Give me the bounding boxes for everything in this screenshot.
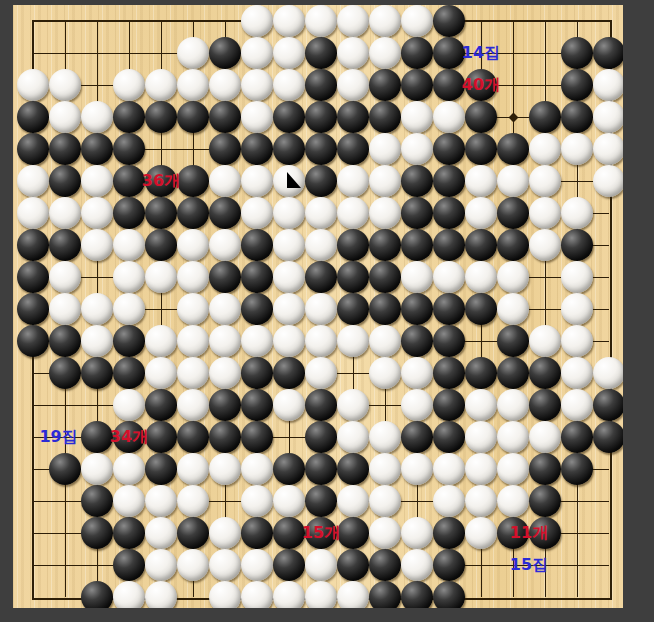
black-stone[interactable] (273, 549, 305, 581)
count-label: 40개 (462, 76, 500, 94)
white-stone[interactable] (497, 293, 529, 325)
white-stone[interactable] (337, 5, 369, 37)
black-stone[interactable] (305, 389, 337, 421)
white-stone[interactable] (369, 517, 401, 549)
white-stone[interactable] (145, 485, 177, 517)
black-stone[interactable] (273, 453, 305, 485)
white-stone[interactable] (305, 325, 337, 357)
black-stone[interactable] (497, 197, 529, 229)
white-stone[interactable] (497, 261, 529, 293)
white-stone[interactable] (241, 485, 273, 517)
black-stone[interactable] (369, 261, 401, 293)
white-stone[interactable] (433, 485, 465, 517)
board-frame-top (0, 0, 654, 5)
black-stone[interactable] (593, 389, 625, 421)
black-stone[interactable] (49, 229, 81, 261)
white-stone[interactable] (273, 5, 305, 37)
black-stone[interactable] (305, 261, 337, 293)
white-stone[interactable] (465, 261, 497, 293)
white-stone[interactable] (49, 69, 81, 101)
black-stone[interactable] (305, 101, 337, 133)
white-stone[interactable] (401, 5, 433, 37)
white-stone[interactable] (593, 101, 625, 133)
white-stone[interactable] (177, 37, 209, 69)
black-stone[interactable] (305, 453, 337, 485)
white-stone[interactable] (273, 197, 305, 229)
white-stone[interactable] (177, 453, 209, 485)
white-stone[interactable] (49, 101, 81, 133)
black-stone[interactable] (241, 389, 273, 421)
board-frame-right (623, 0, 654, 622)
black-stone[interactable] (401, 325, 433, 357)
black-stone[interactable] (241, 357, 273, 389)
black-stone[interactable] (401, 229, 433, 261)
black-stone[interactable] (433, 165, 465, 197)
white-stone[interactable] (529, 325, 561, 357)
count-label: 19집 (39, 428, 77, 446)
black-stone[interactable] (433, 197, 465, 229)
black-stone[interactable] (401, 197, 433, 229)
black-stone[interactable] (561, 453, 593, 485)
white-stone[interactable] (113, 389, 145, 421)
white-stone[interactable] (593, 357, 625, 389)
white-stone[interactable] (497, 421, 529, 453)
black-stone[interactable] (113, 133, 145, 165)
black-stone[interactable] (49, 357, 81, 389)
black-stone[interactable] (113, 325, 145, 357)
black-stone[interactable] (561, 421, 593, 453)
white-stone[interactable] (337, 165, 369, 197)
black-stone[interactable] (433, 37, 465, 69)
black-stone[interactable] (241, 261, 273, 293)
black-stone[interactable] (497, 229, 529, 261)
black-stone[interactable] (465, 101, 497, 133)
white-stone[interactable] (17, 197, 49, 229)
white-stone[interactable] (369, 133, 401, 165)
black-stone[interactable] (209, 37, 241, 69)
black-stone[interactable] (561, 37, 593, 69)
black-stone[interactable] (209, 197, 241, 229)
black-stone[interactable] (241, 133, 273, 165)
black-stone[interactable] (145, 229, 177, 261)
black-stone[interactable] (273, 517, 305, 549)
black-stone[interactable] (209, 261, 241, 293)
black-stone[interactable] (433, 325, 465, 357)
black-stone[interactable] (305, 485, 337, 517)
white-stone[interactable] (529, 229, 561, 261)
white-stone[interactable] (369, 165, 401, 197)
black-stone[interactable] (81, 357, 113, 389)
black-stone[interactable] (17, 101, 49, 133)
white-stone[interactable] (337, 325, 369, 357)
white-stone[interactable] (241, 69, 273, 101)
white-stone[interactable] (49, 261, 81, 293)
black-stone[interactable] (337, 293, 369, 325)
white-stone[interactable] (177, 357, 209, 389)
white-stone[interactable] (81, 101, 113, 133)
white-stone[interactable] (465, 517, 497, 549)
black-stone[interactable] (113, 165, 145, 197)
black-stone[interactable] (241, 229, 273, 261)
black-stone[interactable] (369, 229, 401, 261)
black-stone[interactable] (145, 197, 177, 229)
black-stone[interactable] (465, 357, 497, 389)
white-stone[interactable] (497, 389, 529, 421)
black-stone[interactable] (433, 5, 465, 37)
black-stone[interactable] (81, 421, 113, 453)
black-stone[interactable] (433, 421, 465, 453)
white-stone[interactable] (145, 357, 177, 389)
white-stone[interactable] (145, 517, 177, 549)
white-stone[interactable] (177, 229, 209, 261)
white-stone[interactable] (433, 453, 465, 485)
white-stone[interactable] (145, 549, 177, 581)
black-stone[interactable] (177, 197, 209, 229)
black-stone[interactable] (17, 229, 49, 261)
white-stone[interactable] (561, 133, 593, 165)
white-stone[interactable] (305, 197, 337, 229)
black-stone[interactable] (81, 133, 113, 165)
white-stone[interactable] (305, 229, 337, 261)
black-stone[interactable] (369, 293, 401, 325)
white-stone[interactable] (241, 5, 273, 37)
black-stone[interactable] (241, 517, 273, 549)
white-stone[interactable] (369, 37, 401, 69)
black-stone[interactable] (17, 293, 49, 325)
count-label: 15집 (510, 556, 548, 574)
white-stone[interactable] (177, 69, 209, 101)
board-frame-left (0, 0, 13, 622)
black-stone[interactable] (305, 165, 337, 197)
black-stone[interactable] (49, 453, 81, 485)
black-stone[interactable] (241, 421, 273, 453)
white-stone[interactable] (401, 517, 433, 549)
white-stone[interactable] (81, 325, 113, 357)
white-stone[interactable] (17, 69, 49, 101)
black-stone[interactable] (209, 101, 241, 133)
black-stone[interactable] (529, 453, 561, 485)
white-stone[interactable] (337, 37, 369, 69)
white-stone[interactable] (401, 549, 433, 581)
white-stone[interactable] (337, 197, 369, 229)
white-stone[interactable] (497, 453, 529, 485)
count-label: 11개 (510, 524, 548, 542)
black-stone[interactable] (241, 293, 273, 325)
black-stone[interactable] (401, 69, 433, 101)
black-stone[interactable] (337, 133, 369, 165)
white-stone[interactable] (209, 453, 241, 485)
white-stone[interactable] (241, 325, 273, 357)
white-stone[interactable] (209, 229, 241, 261)
white-stone[interactable] (81, 229, 113, 261)
white-stone[interactable] (593, 69, 625, 101)
black-stone[interactable] (81, 485, 113, 517)
white-stone[interactable] (81, 293, 113, 325)
white-stone[interactable] (497, 485, 529, 517)
white-stone[interactable] (273, 261, 305, 293)
white-stone[interactable] (145, 69, 177, 101)
white-stone[interactable] (241, 37, 273, 69)
white-stone[interactable] (497, 165, 529, 197)
black-stone[interactable] (145, 389, 177, 421)
black-stone[interactable] (273, 357, 305, 389)
black-stone[interactable] (401, 165, 433, 197)
white-stone[interactable] (113, 293, 145, 325)
white-stone[interactable] (529, 421, 561, 453)
white-stone[interactable] (209, 549, 241, 581)
black-stone[interactable] (145, 101, 177, 133)
white-stone[interactable] (561, 357, 593, 389)
white-stone[interactable] (401, 261, 433, 293)
white-stone[interactable] (465, 421, 497, 453)
white-stone[interactable] (177, 389, 209, 421)
black-stone[interactable] (433, 357, 465, 389)
black-stone[interactable] (529, 357, 561, 389)
white-stone[interactable] (369, 453, 401, 485)
white-stone[interactable] (529, 133, 561, 165)
white-stone[interactable] (401, 389, 433, 421)
white-stone[interactable] (177, 261, 209, 293)
white-stone[interactable] (49, 197, 81, 229)
white-stone[interactable] (561, 261, 593, 293)
black-stone[interactable] (465, 133, 497, 165)
white-stone[interactable] (241, 453, 273, 485)
white-stone[interactable] (593, 165, 625, 197)
white-stone[interactable] (305, 5, 337, 37)
black-stone[interactable] (177, 421, 209, 453)
white-stone[interactable] (529, 165, 561, 197)
black-stone[interactable] (145, 421, 177, 453)
black-stone[interactable] (305, 37, 337, 69)
white-stone[interactable] (241, 197, 273, 229)
white-stone[interactable] (337, 69, 369, 101)
black-stone[interactable] (593, 421, 625, 453)
white-stone[interactable] (81, 197, 113, 229)
white-stone[interactable] (145, 261, 177, 293)
white-stone[interactable] (209, 69, 241, 101)
white-stone[interactable] (81, 453, 113, 485)
black-stone[interactable] (81, 517, 113, 549)
black-stone[interactable] (369, 69, 401, 101)
black-stone[interactable] (113, 517, 145, 549)
white-stone[interactable] (465, 453, 497, 485)
black-stone[interactable] (177, 517, 209, 549)
white-stone[interactable] (241, 549, 273, 581)
black-stone[interactable] (561, 229, 593, 261)
black-stone[interactable] (529, 485, 561, 517)
black-stone[interactable] (113, 101, 145, 133)
white-stone[interactable] (401, 101, 433, 133)
white-stone[interactable] (273, 389, 305, 421)
black-stone[interactable] (433, 517, 465, 549)
black-stone[interactable] (113, 549, 145, 581)
black-stone[interactable] (113, 197, 145, 229)
black-stone[interactable] (465, 293, 497, 325)
white-stone[interactable] (433, 101, 465, 133)
black-stone[interactable] (369, 101, 401, 133)
count-label: 14집 (462, 44, 500, 62)
white-stone[interactable] (337, 485, 369, 517)
count-label: 15개 (302, 524, 340, 542)
white-stone[interactable] (241, 101, 273, 133)
black-stone[interactable] (49, 133, 81, 165)
black-stone[interactable] (177, 165, 209, 197)
black-stone[interactable] (561, 101, 593, 133)
white-stone[interactable] (49, 293, 81, 325)
black-stone[interactable] (433, 229, 465, 261)
black-stone[interactable] (593, 37, 625, 69)
white-stone[interactable] (337, 421, 369, 453)
black-stone[interactable] (465, 229, 497, 261)
white-stone[interactable] (177, 293, 209, 325)
black-stone[interactable] (337, 549, 369, 581)
white-stone[interactable] (305, 549, 337, 581)
black-stone[interactable] (17, 261, 49, 293)
white-stone[interactable] (369, 325, 401, 357)
white-stone[interactable] (561, 293, 593, 325)
black-stone[interactable] (305, 421, 337, 453)
black-stone[interactable] (273, 101, 305, 133)
white-stone[interactable] (209, 293, 241, 325)
white-stone[interactable] (177, 549, 209, 581)
black-stone[interactable] (433, 133, 465, 165)
white-stone[interactable] (529, 197, 561, 229)
white-stone[interactable] (369, 357, 401, 389)
white-stone[interactable] (145, 325, 177, 357)
white-stone[interactable] (465, 485, 497, 517)
black-stone[interactable] (305, 133, 337, 165)
black-stone[interactable] (17, 133, 49, 165)
white-stone[interactable] (465, 197, 497, 229)
white-stone[interactable] (273, 37, 305, 69)
black-stone[interactable] (529, 101, 561, 133)
white-stone[interactable] (561, 389, 593, 421)
white-stone[interactable] (113, 485, 145, 517)
white-stone[interactable] (17, 165, 49, 197)
black-stone[interactable] (401, 37, 433, 69)
white-stone[interactable] (177, 485, 209, 517)
black-stone[interactable] (337, 517, 369, 549)
black-stone[interactable] (209, 421, 241, 453)
count-label: 34개 (110, 428, 148, 446)
black-stone[interactable] (369, 549, 401, 581)
white-stone[interactable] (113, 261, 145, 293)
white-stone[interactable] (209, 325, 241, 357)
go-app-screen: 14집40개36개19집34개15개11개15집 (0, 0, 654, 622)
white-stone[interactable] (113, 453, 145, 485)
black-stone[interactable] (401, 421, 433, 453)
white-stone[interactable] (561, 325, 593, 357)
black-stone[interactable] (337, 261, 369, 293)
white-stone[interactable] (561, 197, 593, 229)
black-stone[interactable] (305, 69, 337, 101)
white-stone[interactable] (113, 69, 145, 101)
black-stone[interactable] (433, 389, 465, 421)
black-stone[interactable] (145, 453, 177, 485)
black-stone[interactable] (113, 357, 145, 389)
white-stone[interactable] (465, 389, 497, 421)
black-stone[interactable] (209, 389, 241, 421)
black-stone[interactable] (433, 549, 465, 581)
white-stone[interactable] (433, 261, 465, 293)
white-stone[interactable] (369, 5, 401, 37)
black-stone[interactable] (49, 325, 81, 357)
black-stone[interactable] (497, 133, 529, 165)
white-stone[interactable] (369, 421, 401, 453)
black-stone[interactable] (433, 293, 465, 325)
black-stone[interactable] (209, 133, 241, 165)
black-stone[interactable] (529, 389, 561, 421)
white-stone[interactable] (401, 357, 433, 389)
white-stone[interactable] (337, 389, 369, 421)
white-stone[interactable] (401, 453, 433, 485)
black-stone[interactable] (49, 165, 81, 197)
white-stone[interactable] (273, 293, 305, 325)
white-stone[interactable] (81, 165, 113, 197)
count-label: 36개 (142, 172, 180, 190)
white-stone[interactable] (401, 133, 433, 165)
black-stone[interactable] (337, 229, 369, 261)
white-stone[interactable] (209, 517, 241, 549)
black-stone[interactable] (497, 325, 529, 357)
white-stone[interactable] (273, 229, 305, 261)
white-stone[interactable] (305, 293, 337, 325)
white-stone[interactable] (209, 165, 241, 197)
white-stone[interactable] (305, 357, 337, 389)
board-frame-bottom (0, 608, 654, 622)
white-stone[interactable] (273, 485, 305, 517)
black-stone[interactable] (177, 101, 209, 133)
white-stone[interactable] (273, 325, 305, 357)
white-stone[interactable] (273, 69, 305, 101)
black-stone[interactable] (401, 293, 433, 325)
black-stone[interactable] (433, 69, 465, 101)
white-stone[interactable] (465, 165, 497, 197)
black-stone[interactable] (497, 357, 529, 389)
black-stone[interactable] (17, 325, 49, 357)
white-stone[interactable] (369, 197, 401, 229)
white-stone[interactable] (209, 357, 241, 389)
black-stone[interactable] (337, 101, 369, 133)
white-stone[interactable] (369, 485, 401, 517)
black-stone[interactable] (337, 453, 369, 485)
black-stone[interactable] (273, 133, 305, 165)
white-stone[interactable] (593, 133, 625, 165)
white-stone[interactable] (177, 325, 209, 357)
white-stone[interactable] (241, 165, 273, 197)
white-stone[interactable] (113, 229, 145, 261)
black-stone[interactable] (561, 69, 593, 101)
